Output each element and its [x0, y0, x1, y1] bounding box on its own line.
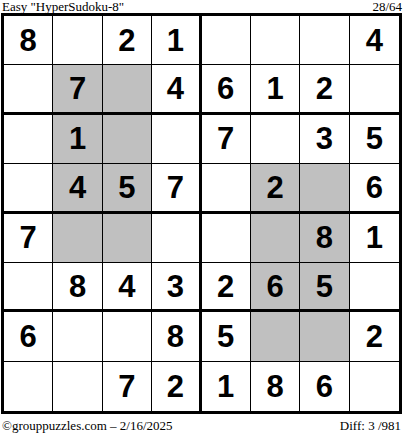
given-digit: 7 [118, 371, 135, 402]
cell-r1c4[interactable]: 1 [152, 16, 201, 65]
cell-r5c1[interactable]: 7 [4, 214, 53, 263]
cell-r5c7[interactable]: 8 [300, 214, 349, 263]
cell-r4c4[interactable]: 7 [152, 164, 201, 213]
given-digit: 2 [118, 25, 135, 56]
cell-r4c7[interactable] [300, 164, 349, 213]
given-digit: 5 [217, 321, 234, 352]
cell-r8c6[interactable]: 8 [251, 362, 300, 411]
puzzle-title: Easy "HyperSudoku-8" [2, 0, 124, 13]
given-digit: 5 [366, 123, 383, 154]
cell-r5c2[interactable] [53, 214, 102, 263]
given-digit: 3 [316, 123, 333, 154]
given-digit: 7 [20, 222, 37, 253]
header: Easy "HyperSudoku-8" 28/64 [0, 0, 403, 13]
given-digit: 1 [366, 222, 383, 253]
cell-r8c7[interactable]: 6 [300, 362, 349, 411]
given-digit: 4 [366, 25, 383, 56]
cell-r6c6[interactable]: 6 [251, 263, 300, 312]
cell-r6c2[interactable]: 8 [53, 263, 102, 312]
cell-r2c4[interactable]: 4 [152, 65, 201, 114]
cell-r7c7[interactable] [300, 312, 349, 361]
given-digit: 2 [167, 371, 184, 402]
given-digit: 5 [118, 172, 135, 203]
given-digit: 3 [167, 271, 184, 302]
cell-r5c3[interactable] [103, 214, 152, 263]
given-digit: 2 [366, 321, 383, 352]
cell-r3c7[interactable]: 3 [300, 115, 349, 164]
given-digit: 7 [217, 123, 234, 154]
cell-r6c4[interactable]: 3 [152, 263, 201, 312]
given-digit: 5 [316, 271, 333, 302]
cell-r2c2[interactable]: 7 [53, 65, 102, 114]
cell-r4c3[interactable]: 5 [103, 164, 152, 213]
given-digit: 6 [316, 371, 333, 402]
given-digit: 8 [316, 222, 333, 253]
cell-r1c8[interactable]: 4 [350, 16, 399, 65]
cell-r1c2[interactable] [53, 16, 102, 65]
cell-r8c4[interactable]: 2 [152, 362, 201, 411]
cell-r8c8[interactable] [350, 362, 399, 411]
cell-r8c1[interactable] [4, 362, 53, 411]
given-digit: 8 [266, 371, 283, 402]
cell-r6c5[interactable]: 2 [202, 263, 251, 312]
cell-r8c2[interactable] [53, 362, 102, 411]
cell-r3c1[interactable] [4, 115, 53, 164]
given-digit: 8 [167, 321, 184, 352]
cell-r2c5[interactable]: 6 [202, 65, 251, 114]
cell-r3c3[interactable] [103, 115, 152, 164]
cell-r4c8[interactable]: 6 [350, 164, 399, 213]
cell-r7c5[interactable]: 5 [202, 312, 251, 361]
given-digit: 2 [316, 73, 333, 104]
given-digit: 8 [20, 25, 37, 56]
given-digit: 2 [266, 172, 283, 203]
cell-counter: 28/64 [372, 0, 402, 13]
given-digit: 1 [266, 73, 283, 104]
cell-r4c5[interactable] [202, 164, 251, 213]
cell-r7c4[interactable]: 8 [152, 312, 201, 361]
cell-r1c3[interactable]: 2 [103, 16, 152, 65]
given-digit: 7 [167, 172, 184, 203]
cell-r7c1[interactable]: 6 [4, 312, 53, 361]
difficulty-rating: Diff: 3 /981 [340, 418, 401, 434]
cell-r5c5[interactable] [202, 214, 251, 263]
cell-r6c8[interactable] [350, 263, 399, 312]
cell-r5c8[interactable]: 1 [350, 214, 399, 263]
cell-r2c6[interactable]: 1 [251, 65, 300, 114]
cell-r3c2[interactable]: 1 [53, 115, 102, 164]
cell-r7c8[interactable]: 2 [350, 312, 399, 361]
cell-r4c6[interactable]: 2 [251, 164, 300, 213]
cell-r2c1[interactable] [4, 65, 53, 114]
cell-r1c6[interactable] [251, 16, 300, 65]
cell-r7c3[interactable] [103, 312, 152, 361]
given-digit: 1 [217, 371, 234, 402]
cell-r2c7[interactable]: 2 [300, 65, 349, 114]
cell-r3c4[interactable] [152, 115, 201, 164]
cell-r1c5[interactable] [202, 16, 251, 65]
cell-r2c3[interactable] [103, 65, 152, 114]
given-digit: 6 [20, 321, 37, 352]
cell-r6c7[interactable]: 5 [300, 263, 349, 312]
cell-r6c1[interactable] [4, 263, 53, 312]
cell-r3c5[interactable]: 7 [202, 115, 251, 164]
given-digit: 4 [69, 172, 86, 203]
given-digit: 4 [118, 271, 135, 302]
cell-r1c7[interactable] [300, 16, 349, 65]
given-digit: 7 [69, 73, 86, 104]
cell-r7c2[interactable] [53, 312, 102, 361]
cell-r1c1[interactable]: 8 [4, 16, 53, 65]
cell-r3c6[interactable] [251, 115, 300, 164]
given-digit: 1 [167, 25, 184, 56]
given-digit: 1 [69, 123, 86, 154]
cell-r5c6[interactable] [251, 214, 300, 263]
copyright-date: ©grouppuzzles.com – 2/16/2025 [2, 418, 173, 434]
cell-r5c4[interactable] [152, 214, 201, 263]
given-digit: 6 [266, 271, 283, 302]
cell-r6c3[interactable]: 4 [103, 263, 152, 312]
puzzle-page: Easy "HyperSudoku-8" 28/64 8214746121735… [0, 0, 403, 437]
cell-r4c2[interactable]: 4 [53, 164, 102, 213]
given-digit: 6 [366, 172, 383, 203]
sudoku-board: 821474612173545726781843265685272186 [1, 13, 402, 414]
given-digit: 4 [167, 73, 184, 104]
given-digit: 8 [69, 271, 86, 302]
cell-r8c3[interactable]: 7 [103, 362, 152, 411]
cell-r7c6[interactable] [251, 312, 300, 361]
given-digit: 6 [217, 73, 234, 104]
cell-r4c1[interactable] [4, 164, 53, 213]
cell-r2c8[interactable] [350, 65, 399, 114]
cell-r3c8[interactable]: 5 [350, 115, 399, 164]
footer: ©grouppuzzles.com – 2/16/2025 Diff: 3 /9… [0, 414, 403, 437]
given-digit: 2 [217, 271, 234, 302]
cell-r8c5[interactable]: 1 [202, 362, 251, 411]
